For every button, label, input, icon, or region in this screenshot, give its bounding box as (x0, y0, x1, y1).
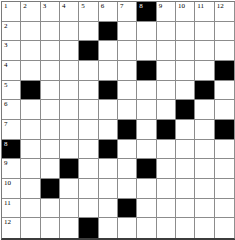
cell-r10c5[interactable] (79, 179, 98, 199)
cell-r4c6[interactable] (99, 61, 118, 81)
cell-r8c7[interactable] (118, 140, 137, 160)
cell-number: 2 (4, 22, 8, 31)
cell-number: 8 (139, 2, 143, 11)
cell-r3c6[interactable] (99, 41, 118, 61)
cell-r8c9[interactable] (157, 140, 176, 160)
cell-r1c5[interactable]: 5 (79, 2, 98, 22)
cell-r9c9[interactable] (157, 159, 176, 179)
cell-number: 1 (4, 2, 8, 11)
cell-r11c12[interactable] (215, 199, 234, 219)
cell-r5c7[interactable] (118, 81, 137, 101)
cell-r12c2[interactable] (21, 218, 40, 238)
cell-r1c1[interactable]: 1 (2, 2, 21, 22)
cell-r12c4[interactable] (60, 218, 79, 238)
cell-r9c10[interactable] (176, 159, 195, 179)
cell-r10c1[interactable]: 10 (2, 179, 21, 199)
cell-r2c11[interactable] (195, 22, 214, 42)
cell-r8c11[interactable] (195, 140, 214, 160)
cell-r10c6[interactable] (99, 179, 118, 199)
cell-number: 9 (4, 159, 8, 168)
cell-r6c2[interactable] (21, 100, 40, 120)
cell-r12c9[interactable] (157, 218, 176, 238)
cell-r12c12[interactable] (215, 218, 234, 238)
cell-r2c6-black (99, 22, 118, 42)
cell-number: 3 (4, 41, 8, 50)
cell-r5c4[interactable] (60, 81, 79, 101)
cell-r11c8[interactable] (137, 199, 156, 219)
cell-r6c12[interactable] (215, 100, 234, 120)
crossword-board: 12345678910111223456789101112 (1, 1, 235, 240)
cell-r10c4[interactable] (60, 179, 79, 199)
cell-r2c5[interactable] (79, 22, 98, 42)
cell-r10c3-black (41, 179, 60, 199)
cell-r12c1[interactable]: 12 (2, 218, 21, 238)
cell-r11c10[interactable] (176, 199, 195, 219)
cell-r1c12[interactable]: 12 (215, 2, 234, 22)
cell-r5c12[interactable] (215, 81, 234, 101)
cell-r7c9-black (157, 120, 176, 140)
cell-r7c12-black (215, 120, 234, 140)
cell-r7c10[interactable] (176, 120, 195, 140)
cell-r12c7[interactable] (118, 218, 137, 238)
cell-r9c1[interactable]: 9 (2, 159, 21, 179)
cell-r6c6[interactable] (99, 100, 118, 120)
cell-r1c2[interactable]: 2 (21, 2, 40, 22)
cell-r5c6-black (99, 81, 118, 101)
cell-r11c6[interactable] (99, 199, 118, 219)
cell-r4c1[interactable]: 4 (2, 61, 21, 81)
cell-r6c9[interactable] (157, 100, 176, 120)
cell-r1c6[interactable]: 6 (99, 2, 118, 22)
cell-r2c3[interactable] (41, 22, 60, 42)
cell-r3c3[interactable] (41, 41, 60, 61)
cell-r12c3[interactable] (41, 218, 60, 238)
cell-r3c8[interactable] (137, 41, 156, 61)
cell-r3c7[interactable] (118, 41, 137, 61)
cell-r9c6[interactable] (99, 159, 118, 179)
cell-r4c8-black (137, 61, 156, 81)
page: 12345678910111223456789101112 (0, 0, 235, 240)
cell-r5c10[interactable] (176, 81, 195, 101)
cell-r10c12[interactable] (215, 179, 234, 199)
cell-r5c1[interactable]: 5 (2, 81, 21, 101)
cell-r8c8[interactable] (137, 140, 156, 160)
cell-r12c5-black (79, 218, 98, 238)
cell-r8c10[interactable] (176, 140, 195, 160)
cell-r9c8-black (137, 159, 156, 179)
cell-r11c4[interactable] (60, 199, 79, 219)
cell-r6c10-black (176, 100, 195, 120)
cell-r2c4[interactable] (60, 22, 79, 42)
cell-r5c5[interactable] (79, 81, 98, 101)
cell-r9c12[interactable] (215, 159, 234, 179)
cell-r4c2[interactable] (21, 61, 40, 81)
cell-number: 11 (197, 2, 204, 11)
cell-number: 6 (4, 100, 8, 109)
cell-r3c10[interactable] (176, 41, 195, 61)
cell-r2c2[interactable] (21, 22, 40, 42)
cell-r8c1-black: 8 (2, 140, 21, 160)
cell-r9c11[interactable] (195, 159, 214, 179)
cell-number: 3 (43, 2, 47, 11)
cell-r11c11[interactable] (195, 199, 214, 219)
cell-r5c3[interactable] (41, 81, 60, 101)
cell-r8c3[interactable] (41, 140, 60, 160)
cell-r8c6-black (99, 140, 118, 160)
cell-r7c8[interactable] (137, 120, 156, 140)
cell-r10c7[interactable] (118, 179, 137, 199)
cell-r2c9[interactable] (157, 22, 176, 42)
cell-r11c3[interactable] (41, 199, 60, 219)
cell-r4c7[interactable] (118, 61, 137, 81)
cell-number: 7 (4, 120, 8, 129)
cell-number: 6 (101, 2, 105, 11)
cell-r1c8-black: 8 (137, 2, 156, 22)
cell-r2c1[interactable]: 2 (2, 22, 21, 42)
cell-r3c1[interactable]: 3 (2, 41, 21, 61)
cell-r4c9[interactable] (157, 61, 176, 81)
cell-r4c5[interactable] (79, 61, 98, 81)
cell-r8c5[interactable] (79, 140, 98, 160)
cell-r7c5[interactable] (79, 120, 98, 140)
cell-number: 10 (4, 179, 11, 188)
cell-number: 5 (4, 81, 8, 90)
cell-r9c5[interactable] (79, 159, 98, 179)
cell-r1c3[interactable]: 3 (41, 2, 60, 22)
cell-number: 10 (178, 2, 185, 11)
cell-r6c8[interactable] (137, 100, 156, 120)
cell-r5c11-black (195, 81, 214, 101)
cell-r11c7-black (118, 199, 137, 219)
cell-r5c9[interactable] (157, 81, 176, 101)
cell-r4c4[interactable] (60, 61, 79, 81)
cell-r3c12[interactable] (215, 41, 234, 61)
cell-r6c1[interactable]: 6 (2, 100, 21, 120)
cell-r4c3[interactable] (41, 61, 60, 81)
cell-r10c11[interactable] (195, 179, 214, 199)
cell-r3c11[interactable] (195, 41, 214, 61)
cell-r3c5-black (79, 41, 98, 61)
cell-number: 9 (159, 2, 163, 11)
cell-r7c4[interactable] (60, 120, 79, 140)
cell-r10c9[interactable] (157, 179, 176, 199)
cell-r9c4-black (60, 159, 79, 179)
cell-number: 2 (23, 2, 27, 11)
cell-r1c7[interactable]: 7 (118, 2, 137, 22)
cell-r12c6[interactable] (99, 218, 118, 238)
cell-r2c10[interactable] (176, 22, 195, 42)
cell-r8c12[interactable] (215, 140, 234, 160)
cell-number: 12 (217, 2, 224, 11)
cell-r11c9[interactable] (157, 199, 176, 219)
cell-r4c11[interactable] (195, 61, 214, 81)
cell-r1c10[interactable]: 10 (176, 2, 195, 22)
cell-r4c12-black (215, 61, 234, 81)
cell-r10c10[interactable] (176, 179, 195, 199)
cell-r3c9[interactable] (157, 41, 176, 61)
cell-number: 5 (81, 2, 85, 11)
cell-r1c11[interactable]: 11 (195, 2, 214, 22)
cell-r9c3[interactable] (41, 159, 60, 179)
cell-r3c2[interactable] (21, 41, 40, 61)
cell-number: 7 (120, 2, 124, 11)
cell-r6c5[interactable] (79, 100, 98, 120)
cell-r11c2[interactable] (21, 199, 40, 219)
cell-r7c6[interactable] (99, 120, 118, 140)
cell-r8c2[interactable] (21, 140, 40, 160)
cell-r11c1[interactable]: 11 (2, 199, 21, 219)
cell-r7c3[interactable] (41, 120, 60, 140)
cell-number: 4 (4, 61, 8, 70)
cell-r3c4[interactable] (60, 41, 79, 61)
cell-r10c2[interactable] (21, 179, 40, 199)
cell-r9c2[interactable] (21, 159, 40, 179)
cell-r2c8[interactable] (137, 22, 156, 42)
cell-r6c4[interactable] (60, 100, 79, 120)
cell-r6c7[interactable] (118, 100, 137, 120)
cell-number: 4 (62, 2, 66, 11)
cell-r12c11[interactable] (195, 218, 214, 238)
cell-number: 11 (4, 199, 11, 208)
cell-r11c5[interactable] (79, 199, 98, 219)
cell-r9c7[interactable] (118, 159, 137, 179)
cell-r7c11[interactable] (195, 120, 214, 140)
cell-r4c10[interactable] (176, 61, 195, 81)
cell-r2c7[interactable] (118, 22, 137, 42)
cell-r6c11[interactable] (195, 100, 214, 120)
cell-r2c12[interactable] (215, 22, 234, 42)
cell-r7c7-black (118, 120, 137, 140)
cell-r12c10[interactable] (176, 218, 195, 238)
cell-r5c2-black (21, 81, 40, 101)
cell-r1c4[interactable]: 4 (60, 2, 79, 22)
cell-r6c3[interactable] (41, 100, 60, 120)
cell-r7c2[interactable] (21, 120, 40, 140)
cell-number: 8 (4, 140, 8, 149)
cell-r8c4[interactable] (60, 140, 79, 160)
cell-r7c1[interactable]: 7 (2, 120, 21, 140)
cell-r5c8[interactable] (137, 81, 156, 101)
cell-r10c8[interactable] (137, 179, 156, 199)
cell-number: 12 (4, 218, 11, 227)
cell-r1c9[interactable]: 9 (157, 2, 176, 22)
cell-r12c8[interactable] (137, 218, 156, 238)
